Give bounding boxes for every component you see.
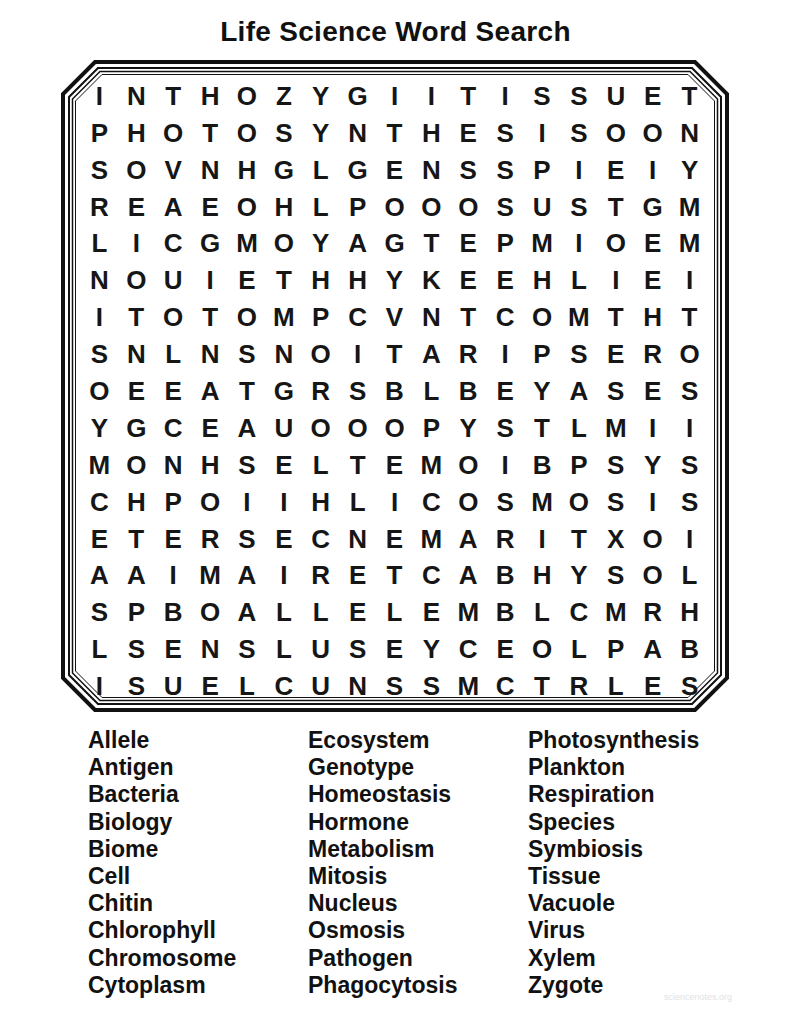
grid-cell[interactable]: O xyxy=(118,447,155,484)
grid-cell[interactable]: S xyxy=(81,336,118,373)
grid-cell[interactable]: S xyxy=(560,336,597,373)
grid-cell[interactable]: T xyxy=(339,447,376,484)
grid-cell[interactable]: S xyxy=(229,521,266,558)
word-list-item: Symbiosis xyxy=(528,836,748,863)
grid-cell[interactable]: O xyxy=(118,152,155,189)
grid-cell[interactable]: N xyxy=(671,115,708,152)
grid-cell[interactable]: Y xyxy=(302,78,339,115)
grid-cell[interactable]: I xyxy=(487,78,524,115)
grid-cell[interactable]: T xyxy=(376,115,413,152)
grid-cell[interactable]: N xyxy=(339,115,376,152)
grid-cell[interactable]: H xyxy=(302,262,339,299)
grid-cell[interactable]: E xyxy=(376,521,413,558)
grid-cell[interactable]: O xyxy=(229,189,266,226)
grid-cell[interactable]: T xyxy=(450,299,487,336)
grid-cell[interactable]: E xyxy=(118,189,155,226)
grid-cell[interactable]: O xyxy=(229,115,266,152)
grid-cell[interactable]: N xyxy=(81,262,118,299)
grid-cell[interactable]: M xyxy=(671,189,708,226)
grid-cell[interactable]: S xyxy=(671,668,708,705)
grid-cell[interactable]: Y xyxy=(560,557,597,594)
grid-cell[interactable]: L xyxy=(302,594,339,631)
grid-cell[interactable]: H xyxy=(634,299,671,336)
grid-cell[interactable]: L xyxy=(81,631,118,668)
grid-cell[interactable]: N xyxy=(192,631,229,668)
grid-cell[interactable]: E xyxy=(192,189,229,226)
grid-cell[interactable]: P xyxy=(118,594,155,631)
grid-cell[interactable]: O xyxy=(376,410,413,447)
grid-cell[interactable]: Y xyxy=(671,152,708,189)
grid-cell[interactable]: I xyxy=(265,557,302,594)
grid-cell[interactable]: G xyxy=(118,410,155,447)
grid-cell[interactable]: U xyxy=(597,78,634,115)
grid-cell[interactable]: I xyxy=(376,78,413,115)
grid-cell[interactable]: T xyxy=(524,410,561,447)
grid-cell[interactable]: I xyxy=(671,521,708,558)
grid-cell[interactable]: M xyxy=(671,226,708,263)
grid-cell[interactable]: L xyxy=(376,594,413,631)
grid-cell[interactable]: S xyxy=(671,484,708,521)
grid-cell[interactable]: M xyxy=(413,521,450,558)
grid-cell[interactable]: E xyxy=(634,668,671,705)
grid-cell[interactable]: P xyxy=(524,152,561,189)
grid-cell[interactable]: H xyxy=(118,115,155,152)
grid-cell[interactable]: P xyxy=(81,115,118,152)
grid-cell[interactable]: O xyxy=(339,410,376,447)
grid-cell[interactable]: I xyxy=(376,484,413,521)
grid-cell[interactable]: P xyxy=(597,631,634,668)
grid-cell[interactable]: B xyxy=(671,631,708,668)
grid-cell[interactable]: G xyxy=(265,373,302,410)
grid-cell[interactable]: Y xyxy=(376,262,413,299)
word-list-item: Antigen xyxy=(88,754,308,781)
grid-cell[interactable]: O xyxy=(634,521,671,558)
grid-cell[interactable]: E xyxy=(155,631,192,668)
grid-cell[interactable]: O xyxy=(155,299,192,336)
grid-cell[interactable]: Y xyxy=(81,410,118,447)
grid-cell[interactable]: E xyxy=(265,447,302,484)
grid-cell[interactable]: A xyxy=(560,373,597,410)
grid-cell[interactable]: O xyxy=(524,299,561,336)
grid-cell[interactable]: C xyxy=(413,484,450,521)
grid-cell[interactable]: K xyxy=(413,262,450,299)
grid-cell[interactable]: U xyxy=(302,631,339,668)
grid-cell[interactable]: M xyxy=(192,557,229,594)
grid-cell[interactable]: S xyxy=(487,410,524,447)
grid-cell[interactable]: L xyxy=(671,557,708,594)
grid-cell[interactable]: A xyxy=(192,373,229,410)
grid-cell[interactable]: P xyxy=(413,410,450,447)
grid-cell[interactable]: Z xyxy=(265,78,302,115)
grid-cell[interactable]: S xyxy=(487,115,524,152)
grid-cell[interactable]: T xyxy=(597,189,634,226)
grid-cell[interactable]: T xyxy=(413,226,450,263)
grid-cell[interactable]: H xyxy=(192,78,229,115)
grid-cell[interactable]: O xyxy=(192,484,229,521)
grid-cell[interactable]: T xyxy=(524,668,561,705)
grid-cell[interactable]: B xyxy=(155,594,192,631)
grid-cell[interactable]: O xyxy=(265,226,302,263)
grid-cell[interactable]: L xyxy=(560,631,597,668)
grid-cell[interactable]: I xyxy=(81,668,118,705)
grid-cell[interactable]: S xyxy=(81,152,118,189)
grid-cell[interactable]: C xyxy=(560,594,597,631)
grid-cell[interactable]: S xyxy=(118,631,155,668)
grid-cell[interactable]: S xyxy=(597,557,634,594)
grid-cell[interactable]: O xyxy=(524,631,561,668)
grid-cell[interactable]: S xyxy=(265,115,302,152)
grid-cell[interactable]: S xyxy=(487,152,524,189)
grid-cell[interactable]: A xyxy=(229,594,266,631)
grid-cell[interactable]: R xyxy=(81,189,118,226)
grid-cell[interactable]: E xyxy=(450,226,487,263)
grid-cell[interactable]: I xyxy=(487,447,524,484)
grid-cell[interactable]: S xyxy=(671,447,708,484)
grid-cell[interactable]: M xyxy=(81,447,118,484)
grid-cell[interactable]: I xyxy=(155,557,192,594)
grid-cell[interactable]: S xyxy=(487,189,524,226)
grid-cell[interactable]: L xyxy=(560,410,597,447)
grid-cell[interactable]: B xyxy=(376,373,413,410)
grid-cell[interactable]: M xyxy=(597,594,634,631)
grid-cell[interactable]: O xyxy=(192,594,229,631)
word-list-item: Chlorophyll xyxy=(88,917,308,944)
grid-cell[interactable]: T xyxy=(671,299,708,336)
grid-cell[interactable]: S xyxy=(413,668,450,705)
grid-cell[interactable]: I xyxy=(81,299,118,336)
grid-cell[interactable]: O xyxy=(155,115,192,152)
grid-cell[interactable]: S xyxy=(229,447,266,484)
grid-cell[interactable]: I xyxy=(634,152,671,189)
grid-cell[interactable]: A xyxy=(229,410,266,447)
grid-cell[interactable]: A xyxy=(118,557,155,594)
grid-cell[interactable]: G xyxy=(634,189,671,226)
grid-cell[interactable]: O xyxy=(450,447,487,484)
grid-cell[interactable]: M xyxy=(229,226,266,263)
grid-cell[interactable]: E xyxy=(339,594,376,631)
grid-cell[interactable]: U xyxy=(265,410,302,447)
grid-cell[interactable]: I xyxy=(560,152,597,189)
grid-cell[interactable]: T xyxy=(597,299,634,336)
grid-cell[interactable]: E xyxy=(339,557,376,594)
grid-cell[interactable]: I xyxy=(524,115,561,152)
grid-cell[interactable]: M xyxy=(450,594,487,631)
grid-cell[interactable]: T xyxy=(376,557,413,594)
grid-cell[interactable]: E xyxy=(450,115,487,152)
grid-cell[interactable]: N xyxy=(118,336,155,373)
grid-cell[interactable]: O xyxy=(413,189,450,226)
grid-cell[interactable]: C xyxy=(487,299,524,336)
grid-cell[interactable]: S xyxy=(671,373,708,410)
grid-cell[interactable]: Y xyxy=(302,226,339,263)
grid-cell[interactable]: L xyxy=(302,447,339,484)
grid-cell[interactable]: M xyxy=(524,484,561,521)
grid-cell[interactable]: L xyxy=(339,484,376,521)
grid-cell[interactable]: I xyxy=(413,78,450,115)
grid-cell[interactable]: B xyxy=(524,447,561,484)
grid-cell[interactable]: T xyxy=(118,521,155,558)
grid-cell[interactable]: I xyxy=(339,336,376,373)
grid-cell[interactable]: R xyxy=(302,557,339,594)
grid-cell[interactable]: E xyxy=(597,336,634,373)
grid-cell[interactable]: O xyxy=(376,189,413,226)
grid-cell[interactable]: N xyxy=(339,668,376,705)
grid-cell[interactable]: H xyxy=(524,557,561,594)
grid-cell[interactable]: Y xyxy=(524,373,561,410)
grid-cell[interactable]: O xyxy=(229,299,266,336)
grid-cell[interactable]: C xyxy=(413,557,450,594)
grid-cell[interactable]: A xyxy=(450,557,487,594)
grid-cell[interactable]: I xyxy=(229,484,266,521)
grid-cell[interactable]: E xyxy=(634,373,671,410)
grid-cell[interactable]: N xyxy=(265,336,302,373)
grid-cell[interactable]: I xyxy=(671,262,708,299)
grid-cell[interactable]: L xyxy=(229,668,266,705)
grid-cell[interactable]: E xyxy=(487,262,524,299)
grid-cell[interactable]: H xyxy=(302,484,339,521)
grid-cell[interactable]: R xyxy=(634,594,671,631)
grid-cell[interactable]: I xyxy=(192,262,229,299)
grid-cell[interactable]: H xyxy=(339,262,376,299)
grid-cell[interactable]: E xyxy=(192,410,229,447)
grid-cell[interactable]: L xyxy=(265,594,302,631)
grid-cell[interactable]: S xyxy=(376,668,413,705)
grid-cell[interactable]: H xyxy=(524,262,561,299)
grid-cell[interactable]: S xyxy=(560,78,597,115)
grid-cell[interactable]: R xyxy=(192,521,229,558)
grid-cell[interactable]: R xyxy=(487,521,524,558)
grid-cell[interactable]: I xyxy=(671,410,708,447)
grid-cell[interactable]: C xyxy=(302,521,339,558)
grid-cell[interactable]: G xyxy=(376,226,413,263)
grid-cell[interactable]: E xyxy=(192,668,229,705)
grid-cell[interactable]: T xyxy=(450,78,487,115)
grid-cell[interactable]: H xyxy=(413,115,450,152)
grid-cell[interactable]: E xyxy=(634,226,671,263)
grid-cell[interactable]: I xyxy=(487,336,524,373)
grid-cell[interactable]: N xyxy=(413,152,450,189)
grid-cell[interactable]: S xyxy=(487,484,524,521)
grid-cell[interactable]: E xyxy=(450,262,487,299)
grid-cell[interactable]: U xyxy=(524,189,561,226)
grid-cell[interactable]: M xyxy=(413,447,450,484)
grid-cell[interactable]: C xyxy=(155,410,192,447)
word-list-item: Genotype xyxy=(308,754,528,781)
grid-cell[interactable]: H xyxy=(192,447,229,484)
grid-cell[interactable]: I xyxy=(118,226,155,263)
grid-cell[interactable]: M xyxy=(597,410,634,447)
grid-cell[interactable]: Y xyxy=(302,115,339,152)
grid-cell[interactable]: I xyxy=(81,78,118,115)
grid-cell[interactable]: O xyxy=(634,557,671,594)
grid-cell[interactable]: A xyxy=(81,557,118,594)
grid-cell[interactable]: P xyxy=(560,447,597,484)
grid-cell[interactable]: I xyxy=(597,262,634,299)
grid-cell[interactable]: E xyxy=(155,521,192,558)
grid-cell[interactable]: E xyxy=(376,152,413,189)
grid-cell[interactable]: B xyxy=(450,373,487,410)
grid-cell[interactable]: G xyxy=(265,152,302,189)
grid-cell[interactable]: L xyxy=(413,373,450,410)
grid-cell[interactable]: A xyxy=(413,336,450,373)
grid-cell[interactable]: P xyxy=(339,189,376,226)
grid-cell[interactable]: C xyxy=(450,631,487,668)
grid-cell[interactable]: T xyxy=(560,521,597,558)
grid-cell[interactable]: O xyxy=(302,410,339,447)
grid-cell[interactable]: E xyxy=(487,373,524,410)
word-list-item: Photosynthesis xyxy=(528,727,748,754)
grid-cell[interactable]: L xyxy=(524,594,561,631)
grid-cell[interactable]: T xyxy=(376,336,413,373)
grid-cell[interactable]: P xyxy=(155,484,192,521)
grid-cell[interactable]: H xyxy=(229,152,266,189)
grid-cell[interactable]: V xyxy=(376,299,413,336)
grid-cell[interactable]: O xyxy=(560,484,597,521)
grid-cell[interactable]: B xyxy=(487,557,524,594)
grid-cell[interactable]: M xyxy=(450,668,487,705)
grid-cell[interactable]: U xyxy=(302,668,339,705)
grid-cell[interactable]: S xyxy=(229,631,266,668)
grid-cell[interactable]: S xyxy=(524,78,561,115)
grid-cell[interactable]: S xyxy=(118,668,155,705)
word-list-item: Metabolism xyxy=(308,836,528,863)
grid-cell[interactable]: A xyxy=(450,521,487,558)
grid-cell[interactable]: E xyxy=(487,631,524,668)
grid-cell[interactable]: A xyxy=(634,631,671,668)
grid-cell[interactable]: U xyxy=(155,262,192,299)
grid-cell[interactable]: O xyxy=(229,78,266,115)
grid-cell[interactable]: I xyxy=(560,226,597,263)
grid-cell[interactable]: C xyxy=(487,668,524,705)
grid-cell[interactable]: M xyxy=(524,226,561,263)
grid-cell[interactable]: T xyxy=(671,78,708,115)
grid-cell[interactable]: A xyxy=(155,189,192,226)
grid-cell[interactable]: O xyxy=(450,189,487,226)
grid-cell[interactable]: V xyxy=(155,152,192,189)
grid-cell[interactable]: T xyxy=(118,299,155,336)
grid-cell[interactable]: O xyxy=(81,373,118,410)
grid-cell[interactable]: P xyxy=(302,299,339,336)
grid-cell[interactable]: I xyxy=(634,484,671,521)
grid-cell[interactable]: R xyxy=(450,336,487,373)
grid-cell[interactable]: S xyxy=(339,373,376,410)
grid-cell[interactable]: I xyxy=(634,410,671,447)
grid-cell[interactable]: N xyxy=(192,336,229,373)
grid-cell[interactable]: A xyxy=(339,226,376,263)
grid-cell[interactable]: O xyxy=(597,115,634,152)
grid-cell[interactable]: E xyxy=(634,262,671,299)
word-list-item: Xylem xyxy=(528,945,748,972)
grid-cell[interactable]: U xyxy=(155,668,192,705)
grid-cell[interactable]: E xyxy=(265,521,302,558)
grid-cell[interactable]: O xyxy=(118,262,155,299)
grid-cell[interactable]: I xyxy=(265,484,302,521)
grid-cell[interactable]: N xyxy=(118,78,155,115)
grid-cell[interactable]: Y xyxy=(413,631,450,668)
grid-cell[interactable]: M xyxy=(265,299,302,336)
grid-cell[interactable]: P xyxy=(524,336,561,373)
grid-cell[interactable]: N xyxy=(413,299,450,336)
grid-cell[interactable]: T xyxy=(192,299,229,336)
word-list-item: Chromosome xyxy=(88,945,308,972)
grid-cell[interactable]: G xyxy=(339,152,376,189)
grid-cell[interactable]: B xyxy=(487,594,524,631)
grid-cell[interactable]: C xyxy=(339,299,376,336)
grid-cell[interactable]: E xyxy=(155,373,192,410)
grid-cell[interactable]: S xyxy=(81,594,118,631)
grid-cell[interactable]: R xyxy=(302,373,339,410)
grid-cell[interactable]: E xyxy=(81,521,118,558)
grid-cell[interactable]: O xyxy=(634,115,671,152)
grid-cell[interactable]: T xyxy=(229,373,266,410)
grid-cell[interactable]: M xyxy=(560,299,597,336)
grid-cell[interactable]: N xyxy=(339,521,376,558)
word-list-item: Bacteria xyxy=(88,781,308,808)
grid-cell[interactable]: G xyxy=(339,78,376,115)
grid-cell[interactable]: X xyxy=(597,521,634,558)
grid-cell[interactable]: H xyxy=(265,189,302,226)
word-list-item: Hormone xyxy=(308,809,528,836)
grid-cell[interactable]: T xyxy=(192,115,229,152)
grid-cell[interactable]: I xyxy=(524,521,561,558)
grid-cell[interactable]: S xyxy=(597,447,634,484)
grid-cell[interactable]: O xyxy=(450,484,487,521)
grid-cell[interactable]: E xyxy=(597,152,634,189)
grid-cell[interactable]: E xyxy=(376,631,413,668)
grid-cell[interactable]: H xyxy=(118,484,155,521)
grid-cell[interactable]: C xyxy=(265,668,302,705)
grid-cell[interactable]: S xyxy=(560,115,597,152)
grid-cell[interactable]: O xyxy=(671,336,708,373)
grid-cell[interactable]: E xyxy=(634,78,671,115)
grid-cell[interactable]: P xyxy=(487,226,524,263)
grid-cell[interactable]: O xyxy=(597,226,634,263)
grid-cell[interactable]: L xyxy=(155,336,192,373)
grid-cell[interactable]: A xyxy=(229,557,266,594)
grid-cell[interactable]: E xyxy=(229,262,266,299)
grid-cell[interactable]: E xyxy=(376,447,413,484)
grid-cell[interactable]: E xyxy=(413,594,450,631)
grid-cell[interactable]: H xyxy=(671,594,708,631)
grid-cell[interactable]: R xyxy=(634,336,671,373)
grid-cell[interactable]: C xyxy=(81,484,118,521)
grid-cell[interactable]: T xyxy=(265,262,302,299)
grid-cell[interactable]: L xyxy=(81,226,118,263)
grid-cell[interactable]: L xyxy=(597,668,634,705)
grid-cell[interactable]: S xyxy=(597,484,634,521)
grid-cell[interactable]: S xyxy=(560,189,597,226)
grid-cell[interactable]: T xyxy=(155,78,192,115)
grid-cell[interactable]: E xyxy=(118,373,155,410)
grid-cell[interactable]: O xyxy=(302,336,339,373)
grid-cell[interactable]: S xyxy=(597,373,634,410)
grid-cell[interactable]: L xyxy=(302,189,339,226)
grid-cell[interactable]: Y xyxy=(450,410,487,447)
grid-cell[interactable]: L xyxy=(265,631,302,668)
grid-cell[interactable]: C xyxy=(155,226,192,263)
grid-cell[interactable]: S xyxy=(229,336,266,373)
grid-cell[interactable]: L xyxy=(302,152,339,189)
grid-cell[interactable]: N xyxy=(192,152,229,189)
grid-cell[interactable]: S xyxy=(450,152,487,189)
grid-cell[interactable]: Y xyxy=(634,447,671,484)
grid-cell[interactable]: R xyxy=(560,668,597,705)
grid-cell[interactable]: N xyxy=(155,447,192,484)
grid-cell[interactable]: L xyxy=(560,262,597,299)
word-list-column-1: AlleleAntigenBacteriaBiologyBiomeCellChi… xyxy=(88,727,308,999)
grid-cell[interactable]: S xyxy=(339,631,376,668)
grid-cell[interactable]: G xyxy=(192,226,229,263)
